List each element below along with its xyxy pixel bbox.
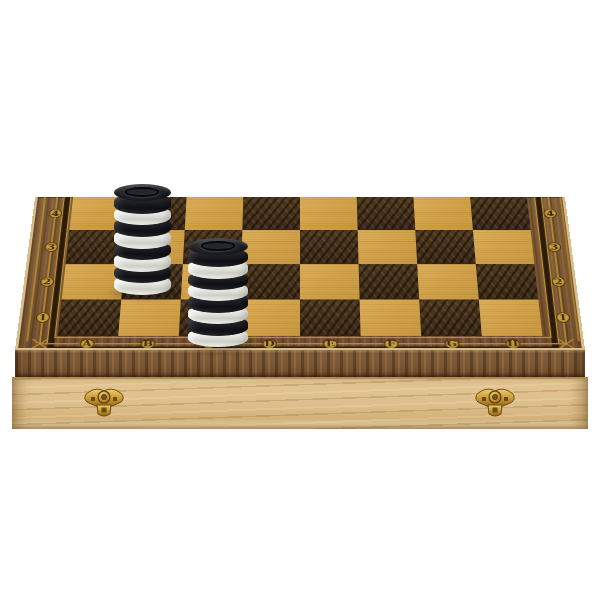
file-label-H: H [507, 340, 519, 348]
checkers-stack-B2 [114, 184, 171, 295]
rank-label-left-3: 3 [47, 243, 56, 251]
file-label-G: G [447, 340, 458, 348]
checker-top-face [114, 184, 171, 201]
game-board: ABCDEFGH11223344 [15, 197, 585, 350]
brass-clasp-1 [82, 383, 126, 419]
file-label-F: F [387, 340, 396, 348]
rank-label-right-3: 3 [550, 243, 559, 251]
rank-label-left-4: 4 [51, 210, 60, 217]
rank-label-right-1: 1 [558, 313, 567, 321]
checker-top-face [188, 238, 248, 255]
brass-clasp-2 [473, 383, 517, 419]
rank-label-left-1: 1 [38, 313, 47, 321]
product-photo-scene: ABCDEFGH11223344 [0, 0, 600, 600]
board-inlay-decoration: ABCDEFGH11223344 [18, 197, 585, 350]
file-label-B: B [143, 340, 154, 348]
file-label-E: E [326, 340, 335, 348]
rank-label-left-2: 2 [43, 278, 52, 286]
rank-label-right-4: 4 [546, 210, 555, 217]
file-label-D: D [264, 340, 274, 348]
checker-top-ring [125, 187, 158, 197]
checker-top-ring [201, 241, 236, 251]
box-lid-side [15, 350, 585, 377]
checkers-stack-C1 [188, 238, 248, 347]
rank-label-right-2: 2 [554, 278, 563, 286]
file-label-A: A [81, 340, 93, 348]
